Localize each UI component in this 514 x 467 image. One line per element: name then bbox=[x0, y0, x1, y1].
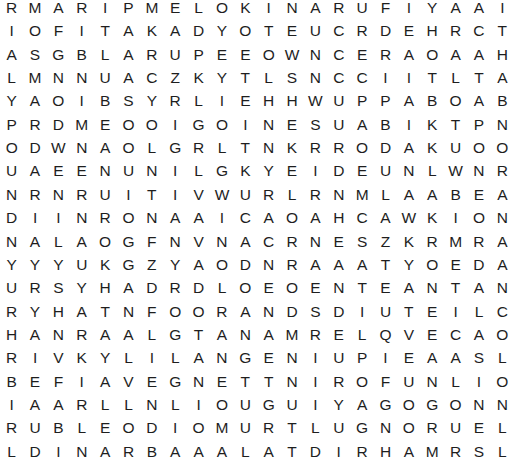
grid-cell[interactable]: A bbox=[234, 234, 257, 257]
grid-cell[interactable]: C bbox=[350, 70, 373, 93]
grid-cell[interactable]: B bbox=[140, 444, 163, 467]
grid-cell[interactable]: A bbox=[467, 47, 490, 70]
grid-cell[interactable]: L bbox=[187, 0, 210, 23]
grid-cell[interactable]: R bbox=[374, 47, 397, 70]
grid-cell[interactable]: M bbox=[23, 70, 46, 93]
grid-cell[interactable]: B bbox=[491, 93, 514, 116]
grid-cell[interactable]: I bbox=[47, 444, 70, 467]
grid-cell[interactable]: L bbox=[93, 47, 116, 70]
grid-cell[interactable]: U bbox=[327, 350, 350, 373]
grid-cell[interactable]: C bbox=[444, 327, 467, 350]
grid-cell[interactable]: S bbox=[467, 350, 490, 373]
grid-cell[interactable]: O bbox=[280, 210, 303, 233]
grid-cell[interactable]: A bbox=[23, 163, 46, 186]
grid-cell[interactable]: N bbox=[280, 0, 303, 23]
grid-cell[interactable]: F bbox=[47, 374, 70, 397]
grid-cell[interactable]: N bbox=[93, 163, 116, 186]
grid-cell[interactable]: A bbox=[257, 444, 280, 467]
grid-cell[interactable]: I bbox=[234, 117, 257, 140]
grid-cell[interactable]: O bbox=[0, 140, 23, 163]
grid-cell[interactable]: C bbox=[257, 234, 280, 257]
grid-cell[interactable]: F bbox=[374, 374, 397, 397]
grid-cell[interactable]: U bbox=[327, 420, 350, 443]
grid-cell[interactable]: N bbox=[491, 117, 514, 140]
grid-cell[interactable]: R bbox=[280, 257, 303, 280]
grid-cell[interactable]: A bbox=[491, 257, 514, 280]
grid-cell[interactable]: N bbox=[304, 70, 327, 93]
grid-cell[interactable]: D bbox=[23, 444, 46, 467]
grid-cell[interactable]: O bbox=[397, 397, 420, 420]
grid-cell[interactable]: N bbox=[47, 187, 70, 210]
grid-cell[interactable]: P bbox=[187, 47, 210, 70]
grid-cell[interactable]: A bbox=[257, 210, 280, 233]
grid-cell[interactable]: I bbox=[210, 210, 233, 233]
grid-cell[interactable]: R bbox=[444, 444, 467, 467]
grid-cell[interactable]: O bbox=[421, 257, 444, 280]
grid-cell[interactable]: A bbox=[23, 234, 46, 257]
grid-cell[interactable]: N bbox=[0, 187, 23, 210]
grid-cell[interactable]: E bbox=[93, 420, 116, 443]
grid-cell[interactable]: I bbox=[444, 304, 467, 327]
grid-cell[interactable]: D bbox=[47, 117, 70, 140]
grid-cell[interactable]: D bbox=[327, 163, 350, 186]
grid-cell[interactable]: N bbox=[397, 163, 420, 186]
grid-cell[interactable]: A bbox=[467, 327, 490, 350]
grid-cell[interactable]: R bbox=[327, 0, 350, 23]
grid-cell[interactable]: L bbox=[93, 397, 116, 420]
grid-cell[interactable]: Y bbox=[327, 397, 350, 420]
grid-cell[interactable]: R bbox=[210, 304, 233, 327]
grid-cell[interactable]: L bbox=[234, 444, 257, 467]
grid-cell[interactable]: I bbox=[140, 350, 163, 373]
grid-cell[interactable]: E bbox=[421, 327, 444, 350]
grid-cell[interactable]: A bbox=[187, 210, 210, 233]
grid-cell[interactable]: R bbox=[257, 187, 280, 210]
grid-cell[interactable]: M bbox=[70, 117, 93, 140]
grid-cell[interactable]: I bbox=[397, 0, 420, 23]
grid-cell[interactable]: Y bbox=[23, 304, 46, 327]
grid-cell[interactable]: D bbox=[374, 140, 397, 163]
grid-cell[interactable]: D bbox=[23, 140, 46, 163]
grid-cell[interactable]: H bbox=[491, 47, 514, 70]
grid-cell[interactable]: W bbox=[280, 47, 303, 70]
grid-cell[interactable]: A bbox=[47, 397, 70, 420]
grid-cell[interactable]: R bbox=[0, 0, 23, 23]
grid-cell[interactable]: Z bbox=[374, 234, 397, 257]
grid-cell[interactable]: N bbox=[210, 234, 233, 257]
grid-cell[interactable]: E bbox=[397, 23, 420, 46]
grid-cell[interactable]: W bbox=[304, 93, 327, 116]
grid-cell[interactable]: I bbox=[23, 210, 46, 233]
grid-cell[interactable]: I bbox=[164, 163, 187, 186]
grid-cell[interactable]: Z bbox=[140, 257, 163, 280]
grid-cell[interactable]: L bbox=[117, 350, 140, 373]
grid-cell[interactable]: O bbox=[210, 397, 233, 420]
grid-cell[interactable]: O bbox=[210, 117, 233, 140]
grid-cell[interactable]: A bbox=[350, 117, 373, 140]
grid-cell[interactable]: A bbox=[491, 187, 514, 210]
grid-cell[interactable]: E bbox=[327, 234, 350, 257]
grid-cell[interactable]: U bbox=[327, 117, 350, 140]
grid-cell[interactable]: H bbox=[0, 327, 23, 350]
grid-cell[interactable]: B bbox=[70, 47, 93, 70]
grid-cell[interactable]: G bbox=[47, 47, 70, 70]
grid-cell[interactable]: L bbox=[164, 397, 187, 420]
grid-cell[interactable]: N bbox=[280, 374, 303, 397]
grid-cell[interactable]: L bbox=[421, 163, 444, 186]
grid-cell[interactable]: R bbox=[280, 234, 303, 257]
grid-cell[interactable]: I bbox=[397, 70, 420, 93]
grid-cell[interactable]: O bbox=[93, 234, 116, 257]
grid-cell[interactable]: N bbox=[421, 280, 444, 303]
grid-cell[interactable]: R bbox=[164, 93, 187, 116]
grid-cell[interactable]: L bbox=[257, 70, 280, 93]
grid-cell[interactable]: U bbox=[234, 397, 257, 420]
grid-cell[interactable]: R bbox=[140, 47, 163, 70]
grid-cell[interactable]: U bbox=[304, 23, 327, 46]
grid-cell[interactable]: R bbox=[187, 140, 210, 163]
grid-cell[interactable]: I bbox=[444, 210, 467, 233]
grid-cell[interactable]: R bbox=[327, 374, 350, 397]
grid-cell[interactable]: O bbox=[164, 304, 187, 327]
grid-cell[interactable]: I bbox=[70, 23, 93, 46]
grid-cell[interactable]: U bbox=[234, 187, 257, 210]
grid-cell[interactable]: A bbox=[397, 93, 420, 116]
grid-cell[interactable]: V bbox=[187, 187, 210, 210]
grid-cell[interactable]: B bbox=[47, 420, 70, 443]
grid-cell[interactable]: L bbox=[210, 280, 233, 303]
grid-cell[interactable]: W bbox=[210, 187, 233, 210]
grid-cell[interactable]: R bbox=[0, 304, 23, 327]
grid-cell[interactable]: Y bbox=[421, 0, 444, 23]
grid-cell[interactable]: E bbox=[47, 163, 70, 186]
grid-cell[interactable]: I bbox=[0, 23, 23, 46]
grid-cell[interactable]: R bbox=[70, 187, 93, 210]
grid-cell[interactable]: O bbox=[140, 117, 163, 140]
grid-cell[interactable]: R bbox=[23, 117, 46, 140]
grid-cell[interactable]: A bbox=[304, 257, 327, 280]
grid-cell[interactable]: R bbox=[70, 397, 93, 420]
grid-cell[interactable]: R bbox=[0, 420, 23, 443]
grid-cell[interactable]: R bbox=[23, 280, 46, 303]
grid-cell[interactable]: I bbox=[397, 117, 420, 140]
grid-cell[interactable]: T bbox=[234, 374, 257, 397]
grid-cell[interactable]: A bbox=[491, 70, 514, 93]
grid-cell[interactable]: K bbox=[421, 140, 444, 163]
grid-cell[interactable]: O bbox=[117, 140, 140, 163]
grid-cell[interactable]: O bbox=[257, 47, 280, 70]
grid-cell[interactable]: F bbox=[140, 304, 163, 327]
grid-cell[interactable]: Y bbox=[0, 257, 23, 280]
grid-cell[interactable]: N bbox=[70, 140, 93, 163]
grid-cell[interactable]: E bbox=[327, 327, 350, 350]
grid-cell[interactable]: N bbox=[70, 70, 93, 93]
grid-cell[interactable]: A bbox=[234, 304, 257, 327]
grid-cell[interactable]: G bbox=[164, 374, 187, 397]
grid-cell[interactable]: E bbox=[257, 350, 280, 373]
grid-cell[interactable]: N bbox=[304, 47, 327, 70]
grid-cell[interactable]: L bbox=[0, 444, 23, 467]
grid-cell[interactable]: N bbox=[234, 327, 257, 350]
grid-cell[interactable]: B bbox=[0, 374, 23, 397]
grid-cell[interactable]: L bbox=[140, 140, 163, 163]
grid-cell[interactable]: A bbox=[70, 234, 93, 257]
grid-cell[interactable]: S bbox=[350, 234, 373, 257]
grid-cell[interactable]: O bbox=[350, 374, 373, 397]
grid-cell[interactable]: A bbox=[117, 280, 140, 303]
grid-cell[interactable]: H bbox=[327, 210, 350, 233]
grid-cell[interactable]: K bbox=[397, 234, 420, 257]
grid-cell[interactable]: I bbox=[304, 350, 327, 373]
grid-cell[interactable]: L bbox=[374, 187, 397, 210]
grid-cell[interactable]: S bbox=[304, 117, 327, 140]
grid-cell[interactable]: O bbox=[397, 420, 420, 443]
grid-cell[interactable]: I bbox=[374, 70, 397, 93]
grid-cell[interactable]: C bbox=[350, 210, 373, 233]
grid-cell[interactable]: A bbox=[187, 350, 210, 373]
grid-cell[interactable]: A bbox=[467, 0, 490, 23]
grid-cell[interactable]: Y bbox=[0, 93, 23, 116]
grid-cell[interactable]: A bbox=[421, 187, 444, 210]
grid-cell[interactable]: S bbox=[117, 93, 140, 116]
grid-cell[interactable]: T bbox=[234, 140, 257, 163]
grid-cell[interactable]: E bbox=[234, 47, 257, 70]
grid-cell[interactable]: T bbox=[257, 23, 280, 46]
grid-cell[interactable]: T bbox=[140, 187, 163, 210]
grid-cell[interactable]: C bbox=[234, 210, 257, 233]
grid-cell[interactable]: W bbox=[444, 163, 467, 186]
grid-cell[interactable]: L bbox=[117, 397, 140, 420]
grid-cell[interactable]: B bbox=[93, 93, 116, 116]
grid-cell[interactable]: P bbox=[467, 117, 490, 140]
grid-cell[interactable]: N bbox=[280, 350, 303, 373]
grid-cell[interactable]: C bbox=[467, 23, 490, 46]
grid-cell[interactable]: T bbox=[444, 280, 467, 303]
grid-cell[interactable]: O bbox=[467, 140, 490, 163]
grid-cell[interactable]: D bbox=[467, 257, 490, 280]
grid-cell[interactable]: A bbox=[397, 280, 420, 303]
grid-cell[interactable]: Y bbox=[23, 257, 46, 280]
grid-cell[interactable]: A bbox=[187, 444, 210, 467]
grid-cell[interactable]: A bbox=[491, 234, 514, 257]
grid-cell[interactable]: R bbox=[491, 163, 514, 186]
grid-cell[interactable]: K bbox=[70, 350, 93, 373]
grid-cell[interactable]: I bbox=[23, 350, 46, 373]
grid-cell[interactable]: V bbox=[187, 234, 210, 257]
grid-cell[interactable]: T bbox=[280, 420, 303, 443]
grid-cell[interactable]: G bbox=[117, 257, 140, 280]
grid-cell[interactable]: H bbox=[374, 444, 397, 467]
grid-cell[interactable]: I bbox=[70, 93, 93, 116]
grid-cell[interactable]: I bbox=[491, 0, 514, 23]
grid-cell[interactable]: N bbox=[187, 374, 210, 397]
grid-cell[interactable]: R bbox=[93, 210, 116, 233]
grid-cell[interactable]: A bbox=[257, 327, 280, 350]
grid-cell[interactable]: L bbox=[444, 70, 467, 93]
grid-cell[interactable]: U bbox=[444, 140, 467, 163]
grid-cell[interactable]: E bbox=[304, 280, 327, 303]
grid-cell[interactable]: R bbox=[304, 140, 327, 163]
grid-cell[interactable]: M bbox=[350, 187, 373, 210]
grid-cell[interactable]: F bbox=[47, 23, 70, 46]
grid-cell[interactable]: R bbox=[421, 234, 444, 257]
grid-cell[interactable]: A bbox=[187, 257, 210, 280]
grid-cell[interactable]: G bbox=[187, 117, 210, 140]
grid-cell[interactable]: R bbox=[350, 444, 373, 467]
grid-cell[interactable]: T bbox=[374, 257, 397, 280]
grid-cell[interactable]: R bbox=[467, 234, 490, 257]
grid-cell[interactable]: S bbox=[304, 304, 327, 327]
grid-cell[interactable]: P bbox=[374, 93, 397, 116]
grid-cell[interactable]: B bbox=[421, 93, 444, 116]
grid-cell[interactable]: O bbox=[210, 0, 233, 23]
grid-cell[interactable]: N bbox=[374, 420, 397, 443]
grid-cell[interactable]: A bbox=[397, 187, 420, 210]
grid-cell[interactable]: U bbox=[70, 257, 93, 280]
grid-cell[interactable]: L bbox=[467, 304, 490, 327]
grid-cell[interactable]: E bbox=[444, 257, 467, 280]
grid-cell[interactable]: E bbox=[350, 47, 373, 70]
grid-cell[interactable]: N bbox=[70, 444, 93, 467]
grid-cell[interactable]: A bbox=[47, 0, 70, 23]
grid-cell[interactable]: O bbox=[117, 210, 140, 233]
grid-cell[interactable]: A bbox=[374, 210, 397, 233]
grid-cell[interactable]: I bbox=[164, 420, 187, 443]
grid-cell[interactable]: L bbox=[280, 187, 303, 210]
grid-cell[interactable]: N bbox=[140, 397, 163, 420]
grid-cell[interactable]: Y bbox=[257, 163, 280, 186]
grid-cell[interactable]: I bbox=[117, 187, 140, 210]
grid-cell[interactable]: O bbox=[444, 397, 467, 420]
grid-cell[interactable]: O bbox=[187, 420, 210, 443]
grid-cell[interactable]: R bbox=[70, 0, 93, 23]
grid-cell[interactable]: K bbox=[140, 23, 163, 46]
grid-cell[interactable]: I bbox=[304, 163, 327, 186]
grid-cell[interactable]: L bbox=[444, 374, 467, 397]
grid-cell[interactable]: B bbox=[444, 187, 467, 210]
grid-cell[interactable]: O bbox=[444, 93, 467, 116]
grid-cell[interactable]: Q bbox=[374, 327, 397, 350]
grid-cell[interactable]: R bbox=[117, 444, 140, 467]
grid-cell[interactable]: A bbox=[327, 257, 350, 280]
grid-cell[interactable]: A bbox=[444, 47, 467, 70]
grid-cell[interactable]: T bbox=[444, 117, 467, 140]
grid-cell[interactable]: Y bbox=[47, 257, 70, 280]
grid-cell[interactable]: N bbox=[47, 327, 70, 350]
grid-cell[interactable]: N bbox=[210, 350, 233, 373]
grid-cell[interactable]: U bbox=[117, 163, 140, 186]
grid-cell[interactable]: Y bbox=[210, 23, 233, 46]
grid-cell[interactable]: P bbox=[0, 117, 23, 140]
grid-cell[interactable]: N bbox=[491, 397, 514, 420]
grid-cell[interactable]: Y bbox=[397, 257, 420, 280]
grid-cell[interactable]: U bbox=[280, 397, 303, 420]
grid-cell[interactable]: E bbox=[140, 374, 163, 397]
grid-cell[interactable]: U bbox=[0, 280, 23, 303]
grid-cell[interactable]: T bbox=[491, 23, 514, 46]
grid-cell[interactable]: G bbox=[164, 140, 187, 163]
grid-cell[interactable]: E bbox=[280, 23, 303, 46]
grid-cell[interactable]: U bbox=[0, 163, 23, 186]
grid-cell[interactable]: A bbox=[467, 93, 490, 116]
grid-cell[interactable]: R bbox=[164, 280, 187, 303]
grid-cell[interactable]: A bbox=[23, 93, 46, 116]
grid-cell[interactable]: A bbox=[304, 210, 327, 233]
grid-cell[interactable]: N bbox=[0, 234, 23, 257]
grid-cell[interactable]: A bbox=[117, 70, 140, 93]
grid-cell[interactable]: I bbox=[374, 350, 397, 373]
grid-cell[interactable]: A bbox=[444, 0, 467, 23]
grid-cell[interactable]: K bbox=[234, 0, 257, 23]
grid-cell[interactable]: R bbox=[350, 23, 373, 46]
grid-cell[interactable]: D bbox=[0, 210, 23, 233]
grid-cell[interactable]: A bbox=[467, 280, 490, 303]
grid-cell[interactable]: W bbox=[397, 210, 420, 233]
grid-cell[interactable]: N bbox=[491, 280, 514, 303]
grid-cell[interactable]: U bbox=[164, 47, 187, 70]
grid-cell[interactable]: N bbox=[467, 397, 490, 420]
grid-cell[interactable]: G bbox=[234, 350, 257, 373]
grid-cell[interactable]: A bbox=[93, 444, 116, 467]
grid-cell[interactable]: D bbox=[234, 257, 257, 280]
grid-cell[interactable]: L bbox=[187, 93, 210, 116]
grid-cell[interactable]: D bbox=[327, 304, 350, 327]
grid-cell[interactable]: L bbox=[187, 163, 210, 186]
grid-cell[interactable]: O bbox=[210, 257, 233, 280]
grid-cell[interactable]: C bbox=[327, 23, 350, 46]
grid-cell[interactable]: A bbox=[93, 140, 116, 163]
grid-cell[interactable]: D bbox=[187, 23, 210, 46]
grid-cell[interactable]: I bbox=[257, 0, 280, 23]
grid-cell[interactable]: U bbox=[350, 0, 373, 23]
grid-cell[interactable]: L bbox=[70, 420, 93, 443]
grid-cell[interactable]: H bbox=[257, 93, 280, 116]
grid-cell[interactable]: O bbox=[23, 23, 46, 46]
grid-cell[interactable]: I bbox=[187, 397, 210, 420]
grid-cell[interactable]: O bbox=[187, 304, 210, 327]
grid-cell[interactable]: N bbox=[257, 304, 280, 327]
grid-cell[interactable]: I bbox=[70, 374, 93, 397]
grid-cell[interactable]: I bbox=[47, 210, 70, 233]
grid-cell[interactable]: S bbox=[280, 70, 303, 93]
grid-cell[interactable]: O bbox=[117, 420, 140, 443]
grid-cell[interactable]: A bbox=[210, 444, 233, 467]
grid-cell[interactable]: C bbox=[491, 304, 514, 327]
grid-cell[interactable]: G bbox=[117, 234, 140, 257]
grid-cell[interactable]: E bbox=[467, 420, 490, 443]
grid-cell[interactable]: A bbox=[0, 47, 23, 70]
grid-cell[interactable]: N bbox=[140, 210, 163, 233]
grid-cell[interactable]: L bbox=[491, 420, 514, 443]
grid-cell[interactable]: U bbox=[234, 420, 257, 443]
grid-cell[interactable]: G bbox=[164, 327, 187, 350]
grid-cell[interactable]: A bbox=[93, 374, 116, 397]
grid-cell[interactable]: I bbox=[210, 93, 233, 116]
grid-cell[interactable]: O bbox=[234, 23, 257, 46]
grid-cell[interactable]: M bbox=[210, 420, 233, 443]
grid-cell[interactable]: C bbox=[327, 70, 350, 93]
grid-cell[interactable]: T bbox=[257, 374, 280, 397]
grid-cell[interactable]: E bbox=[234, 93, 257, 116]
grid-cell[interactable]: B bbox=[374, 117, 397, 140]
grid-cell[interactable]: T bbox=[397, 304, 420, 327]
grid-cell[interactable]: A bbox=[397, 444, 420, 467]
grid-cell[interactable]: L bbox=[0, 70, 23, 93]
grid-cell[interactable]: L bbox=[140, 327, 163, 350]
grid-cell[interactable]: C bbox=[327, 47, 350, 70]
grid-cell[interactable]: N bbox=[327, 280, 350, 303]
grid-cell[interactable]: L bbox=[491, 350, 514, 373]
